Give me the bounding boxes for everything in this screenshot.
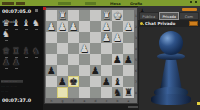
- captured-piece-bB: ♝: [21, 47, 31, 58]
- piece-wP[interactable]: ♟: [102, 32, 111, 43]
- captured-piece-glyph: ♝: [22, 47, 30, 56]
- square-r6c7[interactable]: [112, 65, 123, 76]
- captured-piece-glyph: ♛: [2, 19, 10, 28]
- turn-indicator: [43, 7, 46, 10]
- square-r2c6[interactable]: ♟: [101, 21, 112, 32]
- bottom-player-clock: 00:07:37.0: [2, 97, 31, 103]
- square-r4c1[interactable]: [46, 43, 57, 54]
- menu-item-faint-2[interactable]: [85, 2, 96, 5]
- file-label-a: a: [126, 99, 132, 102]
- square-r2c7[interactable]: [112, 21, 123, 32]
- pawn-head: [159, 31, 183, 55]
- chess-board[interactable]: ♜♜♚♟♟♟♟♟♟♟♟♟♟♟♟♟♚♟♝♞♜: [46, 10, 134, 98]
- square-r3c1[interactable]: [46, 32, 57, 43]
- square-r8c6[interactable]: [101, 87, 112, 98]
- square-r7c2[interactable]: ♟: [57, 76, 68, 87]
- square-r4c6[interactable]: [101, 43, 112, 54]
- square-r3c7[interactable]: ♟: [112, 32, 123, 43]
- menu-item-faint-1[interactable]: [58, 2, 71, 5]
- chess-client-window: MesaGrafia 00:07:05.0 invitado ♛♝♝♞♞ ♛♜♝…: [0, 0, 200, 110]
- square-r8c7[interactable]: ♞: [112, 87, 123, 98]
- file-label-b: b: [115, 99, 121, 102]
- square-r1c2[interactable]: ♜: [57, 10, 68, 21]
- tab-label: Com: [185, 14, 193, 18]
- captured-piece-count-mark: [35, 29, 38, 30]
- captured-piece-glyph: ♞: [32, 19, 40, 28]
- square-r5c8[interactable]: ♟: [123, 54, 134, 65]
- piece-wK[interactable]: ♚: [113, 10, 122, 21]
- square-r7c4[interactable]: [79, 76, 90, 87]
- piece-wP[interactable]: ♟: [113, 32, 122, 43]
- square-r4c7[interactable]: [112, 43, 123, 54]
- chat-header: Chat Privado: [138, 20, 200, 27]
- piece-wP[interactable]: ♟: [47, 21, 56, 32]
- piece-wP[interactable]: ♟: [69, 21, 78, 32]
- square-r2c2[interactable]: ♟: [57, 21, 68, 32]
- key-icon: [140, 22, 143, 25]
- pawn-body: [160, 58, 182, 90]
- square-r8c2[interactable]: [57, 87, 68, 98]
- square-r2c1[interactable]: ♟: [46, 21, 57, 32]
- square-r1c7[interactable]: ♚: [112, 10, 123, 21]
- piece-bP[interactable]: ♟: [47, 65, 56, 76]
- piece-wP[interactable]: ♟: [102, 21, 111, 32]
- captured-piece-bP: ♟: [1, 58, 11, 69]
- chat-tabs: PúblicaPrivadaCom: [139, 12, 199, 20]
- captured-piece-count-mark: [15, 68, 18, 69]
- piece-bP[interactable]: ♟: [113, 54, 122, 65]
- status-message-line: ··· ···: [1, 90, 23, 93]
- captured-piece-bN: ♞: [31, 47, 41, 58]
- captured-piece-glyph: ♝: [22, 19, 30, 28]
- status-message-line: ·· ···· ·· ····: [1, 80, 23, 83]
- file-label-f: f: [71, 99, 77, 102]
- square-r5c5[interactable]: [90, 54, 101, 65]
- rank-label-3: 3: [135, 35, 137, 41]
- captured-piece-glyph: ♞: [32, 47, 40, 56]
- square-r7c6[interactable]: ♟: [101, 76, 112, 87]
- top-player-clock: 00:07:05.0: [2, 8, 31, 14]
- piece-wP[interactable]: ♟: [58, 21, 67, 32]
- square-r5c2[interactable]: [57, 54, 68, 65]
- square-r1c6[interactable]: ♜: [101, 10, 112, 21]
- captured-piece-wN: ♞: [31, 19, 41, 30]
- window-title-text-2: [16, 2, 25, 5]
- square-r2c8[interactable]: ♟: [123, 21, 134, 32]
- square-r6c4[interactable]: [79, 65, 90, 76]
- left-sidebar: 00:07:05.0 invitado ♛♝♝♞♞ ♛♜♝♞♟♟ ·· ····…: [0, 6, 43, 110]
- captured-piece-count-mark: [35, 57, 38, 58]
- rank-label-5: 5: [135, 57, 137, 63]
- piece-bK[interactable]: ♚: [69, 76, 78, 87]
- menu-item-grafia[interactable]: Grafia: [130, 1, 142, 5]
- square-r8c3[interactable]: [68, 87, 79, 98]
- square-r8c8[interactable]: ♜: [123, 87, 134, 98]
- tab-com[interactable]: Com: [179, 12, 199, 20]
- square-r1c3[interactable]: [68, 10, 79, 21]
- rank-label-8: 8: [135, 90, 137, 96]
- chat-header-label: Chat Privado: [145, 21, 175, 26]
- captured-piece-glyph: ♛: [2, 47, 10, 56]
- square-r7c3[interactable]: ♚: [68, 76, 79, 87]
- square-r6c1[interactable]: ♟: [46, 65, 57, 76]
- file-coordinate-labels: hgfedcba: [46, 99, 134, 104]
- square-r3c8[interactable]: [123, 32, 134, 43]
- square-r6c5[interactable]: ♟: [90, 65, 101, 76]
- captured-piece-count-mark: [25, 29, 28, 30]
- square-r7c1[interactable]: [46, 76, 57, 87]
- captured-piece-count-mark: [5, 40, 8, 41]
- piece-bP[interactable]: ♟: [91, 65, 100, 76]
- rank-label-2: 2: [135, 24, 137, 30]
- square-r6c8[interactable]: [123, 65, 134, 76]
- file-label-c: c: [104, 99, 110, 102]
- piece-bP[interactable]: ♟: [102, 76, 111, 87]
- tab-label: Privada: [162, 14, 175, 18]
- file-label-e: e: [82, 99, 88, 102]
- square-r1c1[interactable]: [46, 10, 57, 21]
- captured-piece-glyph: ♝: [12, 19, 20, 28]
- square-r4c4[interactable]: ♟: [79, 43, 90, 54]
- piece-wP[interactable]: ♟: [80, 43, 89, 54]
- menu-item-mesa[interactable]: Mesa: [110, 1, 121, 5]
- chat-body[interactable]: [138, 27, 200, 110]
- captured-piece-glyph: ♟: [12, 58, 20, 67]
- captured-piece-bP: ♟: [11, 58, 21, 69]
- resize-indicator[interactable]: [197, 102, 200, 105]
- square-r4c2[interactable]: [57, 43, 68, 54]
- square-r3c2[interactable]: [57, 32, 68, 43]
- square-r5c6[interactable]: [101, 54, 112, 65]
- square-r8c1[interactable]: [46, 87, 57, 98]
- square-r6c3[interactable]: [68, 65, 79, 76]
- square-r1c8[interactable]: [123, 10, 134, 21]
- captured-pieces-lower-tray: ♛♜♝♞♟♟: [1, 47, 42, 69]
- rank-label-6: 6: [135, 68, 137, 74]
- chat-panel: ♟ PúblicaPrivadaCom Chat Privado: [138, 6, 200, 110]
- captured-piece-count-mark: [5, 68, 8, 69]
- square-r6c2[interactable]: [57, 65, 68, 76]
- status-message-line: ···· ··· ·· ···: [1, 85, 23, 88]
- tab-pública[interactable]: Pública: [139, 12, 159, 20]
- piece-bP[interactable]: ♟: [58, 76, 67, 87]
- file-label-h: h: [49, 99, 55, 102]
- clock-indicator-box: [35, 9, 38, 12]
- captured-piece-glyph: ♞: [2, 30, 10, 39]
- square-r7c7[interactable]: ♝: [112, 76, 123, 87]
- piece-bB[interactable]: ♝: [113, 76, 122, 87]
- captured-piece-glyph: ♜: [12, 47, 20, 56]
- square-r7c5[interactable]: [90, 76, 101, 87]
- window-title-text: [2, 2, 14, 5]
- square-r4c3[interactable]: [68, 43, 79, 54]
- rank-label-4: 4: [135, 46, 137, 52]
- square-r5c7[interactable]: ♟: [112, 54, 123, 65]
- captured-piece-glyph: ♟: [2, 58, 10, 67]
- piece-wR[interactable]: ♜: [58, 10, 67, 21]
- square-r3c4[interactable]: [79, 32, 90, 43]
- square-r2c3[interactable]: ♟: [68, 21, 79, 32]
- square-r5c1[interactable]: [46, 54, 57, 65]
- tab-label: Pública: [143, 14, 156, 18]
- square-r2c4[interactable]: [79, 21, 90, 32]
- square-r1c5[interactable]: [90, 10, 101, 21]
- piece-bP[interactable]: ♟: [124, 54, 133, 65]
- tab-privada[interactable]: Privada: [159, 12, 179, 20]
- square-r8c5[interactable]: [90, 87, 101, 98]
- square-r2c5[interactable]: [90, 21, 101, 32]
- rank-label-1: 1: [135, 13, 137, 19]
- captured-piece-wB: ♝: [11, 19, 21, 30]
- captured-piece-wB: ♝: [21, 19, 31, 30]
- window-close-icon[interactable]: [195, 1, 197, 3]
- square-r7c8[interactable]: [123, 76, 134, 87]
- captured-piece-count-mark: [25, 57, 28, 58]
- square-r8c4[interactable]: [79, 87, 90, 98]
- square-r4c8[interactable]: [123, 43, 134, 54]
- chat-header-button[interactable]: [189, 21, 198, 26]
- piece-bR[interactable]: ♜: [124, 87, 133, 98]
- pawn-base-lower: [151, 94, 191, 105]
- square-r1c4[interactable]: [79, 10, 90, 21]
- piece-bN[interactable]: ♞: [113, 87, 122, 98]
- square-r3c5[interactable]: [90, 32, 101, 43]
- connection-indicator: [182, 8, 197, 11]
- window-minimize-icon[interactable]: [190, 1, 192, 3]
- piece-wP[interactable]: ♟: [124, 21, 133, 32]
- piece-wR[interactable]: ♜: [102, 10, 111, 21]
- square-r6c6[interactable]: [101, 65, 112, 76]
- square-r3c3[interactable]: [68, 32, 79, 43]
- square-r3c6[interactable]: ♟: [101, 32, 112, 43]
- captured-pieces-upper-tray: ♛♝♝♞♞: [1, 19, 42, 41]
- captured-piece-count-mark: [15, 29, 18, 30]
- file-label-d: d: [93, 99, 99, 102]
- square-r4c5[interactable]: [90, 43, 101, 54]
- square-r5c4[interactable]: [79, 54, 90, 65]
- file-label-g: g: [60, 99, 66, 102]
- square-r5c3[interactable]: [68, 54, 79, 65]
- captured-piece-wN: ♞: [1, 30, 11, 41]
- 3d-pawn-image: [151, 31, 191, 105]
- rank-label-7: 7: [135, 79, 137, 85]
